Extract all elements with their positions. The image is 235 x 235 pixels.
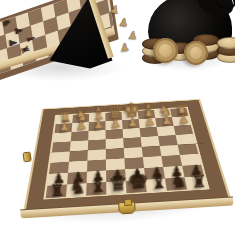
- white-pawn: ♟: [124, 120, 142, 130]
- black-knight: ♞: [167, 178, 189, 192]
- white-pawn: ♟: [90, 122, 107, 132]
- white-pawn: ♟: [141, 119, 159, 129]
- brass-hinge-icon: [23, 151, 32, 162]
- black-queen-glyph: ♛: [108, 172, 128, 195]
- white-pawn: ♟: [174, 117, 193, 127]
- black-queen: ♛: [108, 182, 128, 196]
- white-pawn-glyph: ♟: [76, 120, 87, 132]
- black-bishop-glyph: ♝: [149, 172, 168, 193]
- black-king-glyph: ♚: [127, 169, 150, 194]
- black-rook: ♜: [48, 186, 69, 200]
- open-chess-board: ♜♞♝♛♚♝♞♜♟♟♟♟♟♟♟♟♟♟♟♟♟♟♟♟♜♞♝♛♚♝♞♜: [0, 0, 235, 235]
- black-knight: ♞: [68, 184, 89, 198]
- black-rook-glyph: ♜: [50, 181, 66, 198]
- white-pawn-glyph: ♟: [127, 117, 138, 129]
- black-bishop-glyph: ♝: [88, 175, 107, 196]
- white-pawn-glyph: ♟: [161, 115, 172, 127]
- board-frame: ♜♞♝♛♚♝♞♜♟♟♟♟♟♟♟♟♟♟♟♟♟♟♟♟♜♞♝♛♚♝♞♜: [23, 99, 231, 213]
- white-pawn: ♟: [107, 121, 124, 131]
- product-photo: ♞♟♝♟♜ ♟♟♟♟ ♜♞♝♛♚♝♞♜♟♟♟♟♟♟♟♟♟♟♟♟♟♟♟♟♜♞♝♛♚…: [0, 0, 235, 235]
- black-rook-glyph: ♜: [191, 173, 207, 190]
- black-bishop: ♝: [88, 183, 108, 197]
- white-pawn-glyph: ♟: [110, 118, 121, 130]
- black-bishop: ♝: [148, 180, 170, 194]
- white-pawn: ♟: [56, 124, 74, 134]
- white-pawn-glyph: ♟: [178, 114, 189, 126]
- chess-pieces: ♜♞♝♛♚♝♞♜♟♟♟♟♟♟♟♟♟♟♟♟♟♟♟♟♜♞♝♛♚♝♞♜: [48, 109, 210, 200]
- white-pawn-glyph: ♟: [59, 121, 70, 133]
- white-pawn-glyph: ♟: [144, 116, 155, 128]
- brass-latch-icon: [118, 201, 136, 214]
- black-king: ♚: [128, 181, 149, 195]
- white-pawn: ♟: [157, 118, 176, 128]
- white-pawn: ♟: [73, 123, 90, 133]
- white-pawn-glyph: ♟: [93, 119, 104, 131]
- black-knight-glyph: ♞: [69, 178, 86, 197]
- black-knight-glyph: ♞: [170, 172, 187, 191]
